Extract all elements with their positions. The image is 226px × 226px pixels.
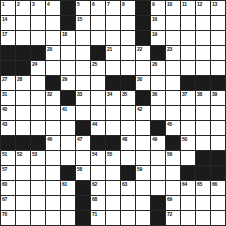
crossword-cell[interactable]: 63 [121, 181, 135, 195]
crossword-cell[interactable]: 46 [46, 136, 60, 150]
crossword-cell[interactable]: 56 [166, 151, 180, 165]
black-cell [106, 136, 120, 150]
clue-number: 21 [107, 47, 112, 52]
crossword-cell[interactable] [151, 76, 165, 90]
clue-number: 27 [2, 77, 7, 82]
clue-number: 37 [182, 92, 187, 97]
black-cell [61, 166, 75, 180]
crossword-cell[interactable] [76, 76, 90, 90]
crossword-cell[interactable] [61, 121, 75, 135]
black-cell [151, 211, 165, 225]
black-cell [76, 181, 90, 195]
crossword-cell[interactable]: 70 [1, 211, 15, 225]
clue-number: 22 [137, 47, 142, 52]
black-cell [91, 136, 105, 150]
black-cell [151, 46, 165, 60]
crossword-cell[interactable]: 67 [1, 196, 15, 210]
crossword-cell[interactable] [76, 106, 90, 120]
crossword-cell[interactable] [31, 121, 45, 135]
clue-number: 65 [197, 182, 202, 187]
black-cell [181, 76, 195, 90]
clue-number: 20 [47, 47, 52, 52]
clue-number: 60 [2, 182, 7, 187]
crossword-cell[interactable] [31, 181, 45, 195]
clue-number: 3 [32, 2, 35, 7]
crossword-cell[interactable] [121, 106, 135, 120]
crossword-cell[interactable]: 59 [136, 166, 150, 180]
crossword-cell[interactable] [211, 16, 225, 30]
clue-number: 24 [32, 62, 37, 67]
crossword-cell[interactable] [181, 151, 195, 165]
crossword-cell[interactable] [76, 151, 90, 165]
crossword-cell[interactable]: 18 [61, 31, 75, 45]
crossword-cell[interactable]: 48 [121, 136, 135, 150]
clue-number: 4 [47, 2, 50, 7]
crossword-cell[interactable] [121, 61, 135, 75]
clue-number: 67 [2, 197, 7, 202]
crossword-cell[interactable]: 40 [1, 106, 15, 120]
clue-number: 31 [2, 92, 7, 97]
clue-number: 40 [2, 107, 7, 112]
crossword-cell[interactable]: 72 [166, 211, 180, 225]
clue-number: 69 [167, 197, 172, 202]
crossword-cell[interactable] [196, 31, 210, 45]
clue-number: 30 [137, 77, 142, 82]
crossword-cell[interactable] [16, 91, 30, 105]
crossword-cell[interactable]: 10 [166, 1, 180, 15]
crossword-cell[interactable]: 24 [31, 61, 45, 75]
black-cell [136, 1, 150, 15]
clue-number: 58 [77, 167, 82, 172]
crossword-cell[interactable] [121, 46, 135, 60]
clue-number: 41 [62, 107, 67, 112]
crossword-cell[interactable]: 5 [76, 1, 90, 15]
crossword-cell[interactable]: 53 [31, 151, 45, 165]
crossword-cell[interactable]: 33 [76, 91, 90, 105]
clue-number: 45 [167, 122, 172, 127]
crossword-cell[interactable] [136, 196, 150, 210]
crossword-cell[interactable] [181, 196, 195, 210]
crossword-cell[interactable]: 71 [91, 211, 105, 225]
crossword-cell[interactable]: 42 [136, 106, 150, 120]
clue-number: 11 [182, 2, 187, 7]
crossword-cell[interactable]: 54 [91, 151, 105, 165]
clue-number: 36 [152, 92, 157, 97]
clue-number: 2 [17, 2, 20, 7]
black-cell [31, 46, 45, 60]
crossword-cell[interactable] [136, 121, 150, 135]
crossword-cell[interactable]: 62 [91, 181, 105, 195]
crossword-cell[interactable] [106, 211, 120, 225]
clue-number: 9 [152, 2, 155, 7]
crossword-cell[interactable]: 57 [1, 166, 15, 180]
crossword-cell[interactable]: 25 [91, 61, 105, 75]
black-cell [121, 76, 135, 90]
crossword-cell[interactable] [31, 106, 45, 120]
crossword-cell[interactable]: 52 [16, 151, 30, 165]
crossword-cell[interactable] [211, 46, 225, 60]
crossword-cell[interactable]: 29 [61, 76, 75, 90]
crossword-cell[interactable]: 20 [46, 46, 60, 60]
crossword-cell[interactable] [196, 61, 210, 75]
crossword-cell[interactable] [166, 181, 180, 195]
crossword-cell[interactable] [136, 61, 150, 75]
crossword-cell[interactable] [181, 31, 195, 45]
crossword-cell[interactable] [106, 61, 120, 75]
clue-number: 66 [212, 182, 217, 187]
clue-number: 54 [92, 152, 97, 157]
crossword-cell[interactable]: 45 [166, 121, 180, 135]
crossword-cell[interactable] [91, 106, 105, 120]
clue-number: 12 [197, 2, 202, 7]
crossword-cell[interactable]: 28 [16, 76, 30, 90]
black-cell [31, 136, 45, 150]
black-cell [76, 196, 90, 210]
crossword-grid: 1234567891011121314151617181920212223242… [0, 0, 226, 226]
clue-number: 38 [197, 92, 202, 97]
crossword-cell[interactable] [106, 181, 120, 195]
crossword-cell[interactable] [211, 106, 225, 120]
crossword-cell[interactable] [46, 166, 60, 180]
crossword-cell[interactable] [31, 196, 45, 210]
crossword-cell[interactable]: 16 [151, 16, 165, 30]
clue-number: 42 [137, 107, 142, 112]
crossword-cell[interactable] [121, 196, 135, 210]
crossword-cell[interactable]: 39 [211, 91, 225, 105]
clue-number: 19 [152, 32, 157, 37]
crossword-cell[interactable] [211, 31, 225, 45]
crossword-cell[interactable] [121, 31, 135, 45]
crossword-cell[interactable] [16, 106, 30, 120]
crossword-cell[interactable]: 64 [181, 181, 195, 195]
black-cell [61, 91, 75, 105]
crossword-cell[interactable]: 32 [46, 91, 60, 105]
crossword-cell[interactable] [121, 151, 135, 165]
crossword-cell[interactable] [61, 46, 75, 60]
black-cell [16, 46, 30, 60]
crossword-cell[interactable] [196, 211, 210, 225]
clue-number: 59 [137, 167, 142, 172]
black-cell [16, 61, 30, 75]
crossword-cell[interactable] [76, 61, 90, 75]
crossword-cell[interactable]: 43 [1, 121, 15, 135]
crossword-cell[interactable]: 38 [196, 91, 210, 105]
clue-number: 29 [62, 77, 67, 82]
crossword-cell[interactable] [31, 211, 45, 225]
crossword-cell[interactable]: 4 [46, 1, 60, 15]
crossword-cell[interactable]: 21 [106, 46, 120, 60]
crossword-cell[interactable] [106, 196, 120, 210]
crossword-cell[interactable] [196, 16, 210, 30]
crossword-cell[interactable]: 65 [196, 181, 210, 195]
clue-number: 62 [92, 182, 97, 187]
crossword-cell[interactable] [16, 196, 30, 210]
crossword-cell[interactable] [46, 16, 60, 30]
clue-number: 51 [2, 152, 7, 157]
clue-number: 34 [107, 92, 112, 97]
clue-number: 33 [77, 92, 82, 97]
clue-number: 57 [2, 167, 7, 172]
black-cell [76, 211, 90, 225]
clue-number: 23 [167, 47, 172, 52]
clue-number: 18 [62, 32, 67, 37]
clue-number: 43 [2, 122, 7, 127]
crossword-cell[interactable] [46, 31, 60, 45]
clue-number: 72 [167, 212, 172, 217]
crossword-cell[interactable] [16, 121, 30, 135]
crossword-cell[interactable] [61, 151, 75, 165]
crossword-cell[interactable] [46, 121, 60, 135]
crossword-cell[interactable]: 55 [106, 151, 120, 165]
black-cell [196, 166, 210, 180]
clue-number: 26 [152, 62, 157, 67]
crossword-cell[interactable] [31, 16, 45, 30]
crossword-cell[interactable] [136, 151, 150, 165]
crossword-cell[interactable] [31, 31, 45, 45]
clue-number: 68 [92, 197, 97, 202]
crossword-cell[interactable] [16, 16, 30, 30]
crossword-cell[interactable] [46, 61, 60, 75]
black-cell [211, 76, 225, 90]
black-cell [61, 1, 75, 15]
crossword-cell[interactable] [166, 106, 180, 120]
crossword-cell[interactable] [136, 181, 150, 195]
crossword-cell[interactable] [151, 166, 165, 180]
clue-number: 64 [182, 182, 187, 187]
crossword-cell[interactable] [31, 91, 45, 105]
black-cell [136, 31, 150, 45]
clue-number: 61 [62, 182, 67, 187]
clue-number: 56 [167, 152, 172, 157]
black-cell [121, 166, 135, 180]
clue-number: 6 [92, 2, 95, 7]
crossword-cell[interactable] [16, 211, 30, 225]
clue-number: 63 [122, 182, 127, 187]
crossword-cell[interactable]: 60 [1, 181, 15, 195]
black-cell [106, 76, 120, 90]
crossword-cell[interactable] [211, 211, 225, 225]
black-cell [91, 46, 105, 60]
crossword-cell[interactable] [181, 16, 195, 30]
black-cell [136, 16, 150, 30]
crossword-cell[interactable] [91, 31, 105, 45]
crossword-cell[interactable] [46, 196, 60, 210]
crossword-cell[interactable] [76, 46, 90, 60]
crossword-cell[interactable] [166, 166, 180, 180]
clue-number: 25 [92, 62, 97, 67]
crossword-cell[interactable] [136, 211, 150, 225]
crossword-cell[interactable] [106, 16, 120, 30]
black-cell [16, 136, 30, 150]
clue-number: 71 [92, 212, 97, 217]
crossword-cell[interactable] [121, 16, 135, 30]
black-cell [61, 16, 75, 30]
crossword-cell[interactable] [106, 106, 120, 120]
clue-number: 8 [122, 2, 125, 7]
black-cell [181, 166, 195, 180]
black-cell [151, 121, 165, 135]
clue-number: 17 [2, 32, 7, 37]
crossword-cell[interactable]: 47 [76, 136, 90, 150]
crossword-cell[interactable] [181, 46, 195, 60]
crossword-cell[interactable]: 41 [61, 106, 75, 120]
crossword-cell[interactable]: 51 [1, 151, 15, 165]
crossword-cell[interactable]: 35 [121, 91, 135, 105]
crossword-cell[interactable]: 66 [211, 181, 225, 195]
black-cell [211, 166, 225, 180]
crossword-cell[interactable] [91, 166, 105, 180]
crossword-cell[interactable] [31, 166, 45, 180]
clue-number: 15 [77, 17, 82, 22]
clue-number: 1 [2, 2, 5, 7]
crossword-cell[interactable]: 6 [91, 1, 105, 15]
black-cell [46, 76, 60, 90]
clue-number: 14 [2, 17, 7, 22]
crossword-cell[interactable]: 7 [106, 1, 120, 15]
crossword-cell[interactable] [61, 196, 75, 210]
black-cell [1, 46, 15, 60]
clue-number: 10 [167, 2, 172, 7]
crossword-cell[interactable] [181, 106, 195, 120]
crossword-cell[interactable]: 58 [76, 166, 90, 180]
crossword-cell[interactable]: 68 [91, 196, 105, 210]
clue-number: 70 [2, 212, 7, 217]
crossword-cell[interactable]: 34 [106, 91, 120, 105]
crossword-cell[interactable] [46, 181, 60, 195]
clue-number: 28 [17, 77, 22, 82]
crossword-cell[interactable] [211, 136, 225, 150]
crossword-cell[interactable] [106, 121, 120, 135]
crossword-cell[interactable]: 17 [1, 31, 15, 45]
clue-number: 49 [152, 137, 157, 142]
clue-number: 52 [17, 152, 22, 157]
black-cell [1, 61, 15, 75]
crossword-cell[interactable] [76, 31, 90, 45]
clue-number: 7 [107, 2, 110, 7]
crossword-cell[interactable] [211, 121, 225, 135]
clue-number: 46 [47, 137, 52, 142]
crossword-cell[interactable]: 26 [151, 61, 165, 75]
crossword-cell[interactable] [196, 106, 210, 120]
crossword-cell[interactable]: 3 [31, 1, 45, 15]
crossword-cell[interactable] [181, 211, 195, 225]
black-cell [196, 76, 210, 90]
crossword-cell[interactable] [46, 151, 60, 165]
black-cell [196, 151, 210, 165]
crossword-cell[interactable]: 36 [151, 91, 165, 105]
crossword-cell[interactable] [106, 166, 120, 180]
black-cell [151, 196, 165, 210]
crossword-cell[interactable] [16, 166, 30, 180]
clue-number: 48 [122, 137, 127, 142]
clue-number: 53 [32, 152, 37, 157]
crossword-cell[interactable] [166, 31, 180, 45]
crossword-cell[interactable]: 31 [1, 91, 15, 105]
clue-number: 55 [107, 152, 112, 157]
crossword-cell[interactable] [136, 136, 150, 150]
crossword-cell[interactable] [91, 16, 105, 30]
crossword-cell[interactable] [151, 181, 165, 195]
black-cell [76, 121, 90, 135]
black-cell [136, 91, 150, 105]
clue-number: 16 [152, 17, 157, 22]
crossword-cell[interactable] [46, 106, 60, 120]
crossword-cell[interactable] [91, 76, 105, 90]
crossword-cell[interactable]: 14 [1, 16, 15, 30]
crossword-cell[interactable]: 27 [1, 76, 15, 90]
crossword-cell[interactable] [61, 61, 75, 75]
crossword-cell[interactable] [166, 61, 180, 75]
crossword-cell[interactable] [31, 76, 45, 90]
crossword-cell[interactable]: 1 [1, 1, 15, 15]
clue-number: 47 [77, 137, 82, 142]
clue-number: 50 [182, 137, 187, 142]
crossword-cell[interactable]: 15 [76, 16, 90, 30]
clue-number: 44 [92, 122, 97, 127]
crossword-cell[interactable] [151, 106, 165, 120]
crossword-cell[interactable]: 13 [211, 1, 225, 15]
crossword-cell[interactable] [46, 211, 60, 225]
crossword-cell[interactable] [61, 136, 75, 150]
crossword-cell[interactable] [121, 121, 135, 135]
crossword-cell[interactable] [196, 196, 210, 210]
crossword-cell[interactable] [61, 211, 75, 225]
black-cell [166, 136, 180, 150]
crossword-cell[interactable]: 23 [166, 46, 180, 60]
clue-number: 35 [122, 92, 127, 97]
crossword-cell[interactable]: 19 [151, 31, 165, 45]
crossword-cell[interactable]: 12 [196, 1, 210, 15]
crossword-cell[interactable] [16, 181, 30, 195]
crossword-cell[interactable]: 11 [181, 1, 195, 15]
crossword-cell[interactable] [106, 31, 120, 45]
crossword-cell[interactable] [166, 16, 180, 30]
crossword-cell[interactable] [211, 61, 225, 75]
crossword-cell[interactable] [211, 196, 225, 210]
crossword-cell[interactable]: 44 [91, 121, 105, 135]
crossword-cell[interactable]: 50 [181, 136, 195, 150]
clue-number: 39 [212, 92, 217, 97]
crossword-cell[interactable] [121, 211, 135, 225]
crossword-cell[interactable]: 8 [121, 1, 135, 15]
crossword-cell[interactable] [196, 136, 210, 150]
crossword-cell[interactable]: 22 [136, 46, 150, 60]
crossword-cell[interactable] [196, 121, 210, 135]
crossword-cell[interactable]: 69 [166, 196, 180, 210]
black-cell [1, 136, 15, 150]
crossword-cell[interactable]: 2 [16, 1, 30, 15]
crossword-cell[interactable] [16, 31, 30, 45]
crossword-cell[interactable]: 61 [61, 181, 75, 195]
crossword-cell[interactable] [181, 61, 195, 75]
crossword-cell[interactable]: 30 [136, 76, 150, 90]
crossword-cell[interactable] [151, 151, 165, 165]
clue-number: 5 [77, 2, 80, 7]
black-cell [211, 151, 225, 165]
crossword-cell[interactable] [181, 121, 195, 135]
crossword-cell[interactable]: 49 [151, 136, 165, 150]
crossword-cell[interactable] [91, 91, 105, 105]
crossword-cell[interactable]: 9 [151, 1, 165, 15]
crossword-cell[interactable] [166, 91, 180, 105]
crossword-cell[interactable] [166, 76, 180, 90]
clue-number: 13 [212, 2, 217, 7]
crossword-cell[interactable] [196, 46, 210, 60]
clue-number: 32 [47, 92, 52, 97]
crossword-cell[interactable]: 37 [181, 91, 195, 105]
